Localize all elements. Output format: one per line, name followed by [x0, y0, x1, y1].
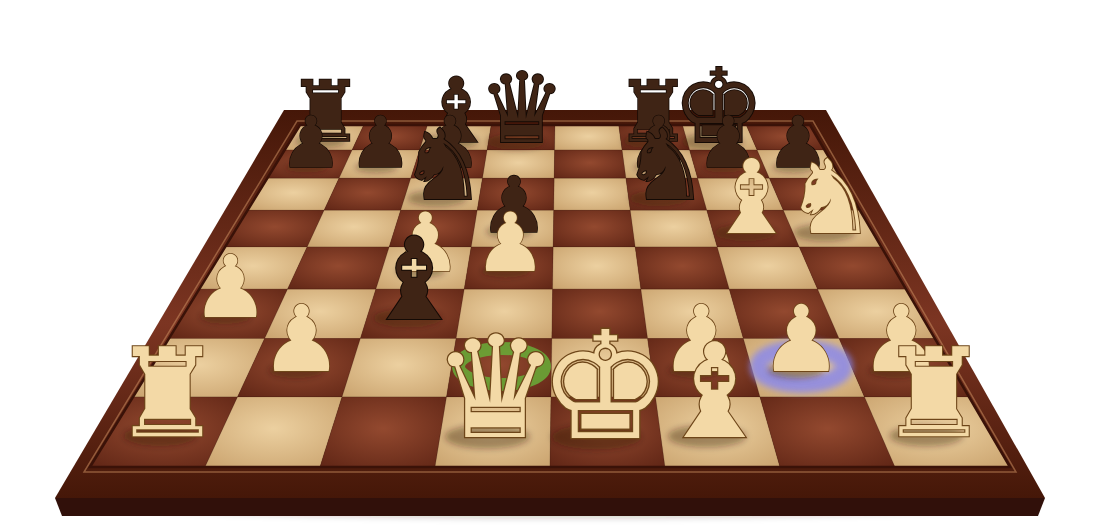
chess-app-window: ♜♝♛♜♚♟♟♟♟♟♟♞♞♟♝♞♟♟♟♝♟♟♟♟♜♛♚♝♜ — [0, 0, 1099, 530]
piece-white-king-e1[interactable]: ♚ — [538, 299, 672, 473]
square-e6[interactable] — [554, 178, 631, 210]
piece-white-rook-h1[interactable]: ♜ — [879, 322, 989, 465]
piece-white-pawn-b2[interactable]: ♟ — [260, 285, 343, 393]
square-e4[interactable] — [553, 247, 641, 289]
square-c1[interactable] — [320, 397, 447, 467]
piece-white-rook-a1[interactable]: ♜ — [112, 322, 222, 465]
piece-white-pawn-d4[interactable]: ♟ — [474, 195, 547, 290]
chessboard-3d: ♜♝♛♜♚♟♟♟♟♟♟♞♞♟♝♞♟♟♟♝♟♟♟♟♜♛♚♝♜ — [0, 0, 1099, 530]
board-frame-front-face — [55, 498, 1045, 516]
piece-black-pawn-a7[interactable]: ♟ — [279, 101, 342, 184]
piece-white-bishop-f1[interactable]: ♝ — [656, 315, 773, 468]
piece-black-queen-d8[interactable]: ♛ — [478, 52, 565, 165]
piece-white-knight-h5[interactable]: ♞ — [785, 138, 877, 257]
piece-black-knight-f6[interactable]: ♞ — [621, 108, 709, 222]
